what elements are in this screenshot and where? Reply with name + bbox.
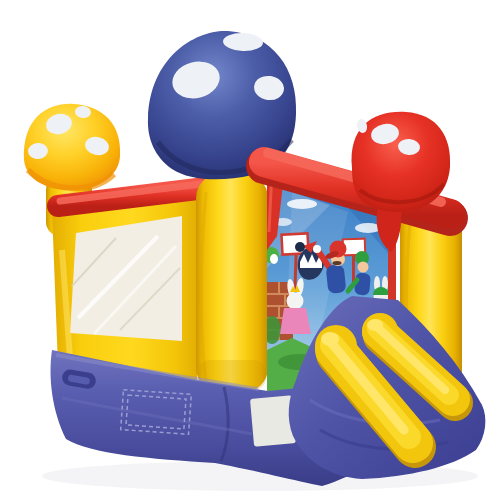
blaster-barrel (295, 242, 305, 252)
peach-dress (280, 308, 311, 334)
cloud (287, 199, 317, 209)
mario-glove (313, 245, 321, 253)
rabbid-head (287, 293, 304, 310)
mesh-window (70, 216, 182, 341)
luigi-face (358, 262, 369, 273)
bounce-house-product-photo (0, 0, 500, 500)
mario-body (326, 264, 347, 294)
white-corner-patch (250, 395, 296, 446)
mario-mustache (333, 261, 342, 265)
knob-highlight (367, 319, 383, 331)
center-column-tube (196, 174, 268, 392)
yoshi-belly (270, 254, 278, 264)
yellow-mushroom (24, 104, 120, 190)
knob-highlight (321, 332, 339, 346)
center-column (196, 174, 268, 392)
bounce-house-scene (0, 0, 500, 500)
